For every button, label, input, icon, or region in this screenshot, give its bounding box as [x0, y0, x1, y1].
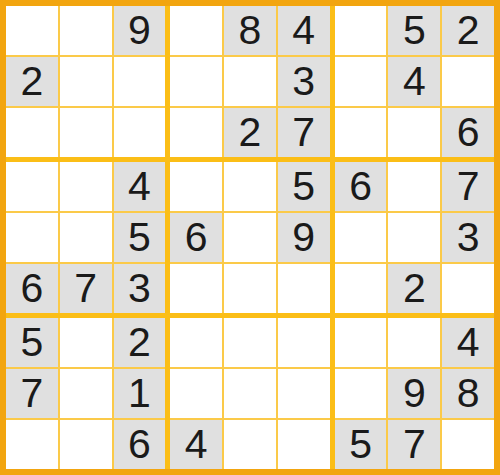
cell-r3c5[interactable]: 2 [224, 108, 276, 157]
cell-r9c9[interactable] [442, 420, 494, 469]
cell-r6c1[interactable]: 6 [6, 264, 58, 313]
cell-r3c2[interactable] [60, 108, 112, 157]
cell-r1c7[interactable] [335, 6, 387, 55]
cell-r8c1[interactable]: 7 [6, 369, 58, 418]
cell-r5c1[interactable] [6, 213, 58, 262]
cell-r5c8[interactable] [388, 213, 440, 262]
cell-r1c6[interactable]: 4 [278, 6, 330, 55]
cell-r4c3[interactable]: 4 [114, 162, 166, 211]
cell-r8c6[interactable] [278, 369, 330, 418]
cell-r9c6[interactable] [278, 420, 330, 469]
box-5: 569 [170, 162, 329, 313]
cell-r4c6[interactable]: 5 [278, 162, 330, 211]
cell-r8c2[interactable] [60, 369, 112, 418]
cell-r9c3[interactable]: 6 [114, 420, 166, 469]
cell-r2c9[interactable] [442, 57, 494, 106]
cell-r7c2[interactable] [60, 318, 112, 367]
cell-r4c9[interactable]: 7 [442, 162, 494, 211]
cell-r3c7[interactable] [335, 108, 387, 157]
box-6: 6732 [335, 162, 494, 313]
cell-r2c7[interactable] [335, 57, 387, 106]
cell-r4c8[interactable] [388, 162, 440, 211]
cell-r7c7[interactable] [335, 318, 387, 367]
cell-r1c9[interactable]: 2 [442, 6, 494, 55]
cell-r1c3[interactable]: 9 [114, 6, 166, 55]
cell-r1c8[interactable]: 5 [388, 6, 440, 55]
cell-r8c7[interactable] [335, 369, 387, 418]
cell-r8c4[interactable] [170, 369, 222, 418]
sudoku-board: 9284327524645673569673252716449857 [0, 0, 500, 475]
cell-r5c2[interactable] [60, 213, 112, 262]
cell-r7c8[interactable] [388, 318, 440, 367]
cell-r8c9[interactable]: 8 [442, 369, 494, 418]
cell-r9c1[interactable] [6, 420, 58, 469]
cell-r1c2[interactable] [60, 6, 112, 55]
cell-r5c6[interactable]: 9 [278, 213, 330, 262]
cell-r2c4[interactable] [170, 57, 222, 106]
cell-r4c1[interactable] [6, 162, 58, 211]
cell-r2c6[interactable]: 3 [278, 57, 330, 106]
cell-r1c5[interactable]: 8 [224, 6, 276, 55]
cell-r4c5[interactable] [224, 162, 276, 211]
cell-r8c3[interactable]: 1 [114, 369, 166, 418]
cell-r6c5[interactable] [224, 264, 276, 313]
cell-r1c1[interactable] [6, 6, 58, 55]
cell-r5c9[interactable]: 3 [442, 213, 494, 262]
cell-r6c6[interactable] [278, 264, 330, 313]
cell-r7c6[interactable] [278, 318, 330, 367]
cell-r6c4[interactable] [170, 264, 222, 313]
cell-r9c5[interactable] [224, 420, 276, 469]
cell-r5c7[interactable] [335, 213, 387, 262]
box-1: 92 [6, 6, 165, 157]
cell-r7c3[interactable]: 2 [114, 318, 166, 367]
box-7: 52716 [6, 318, 165, 469]
cell-r4c4[interactable] [170, 162, 222, 211]
box-9: 49857 [335, 318, 494, 469]
cell-r7c4[interactable] [170, 318, 222, 367]
cell-r5c4[interactable]: 6 [170, 213, 222, 262]
cell-r4c7[interactable]: 6 [335, 162, 387, 211]
cell-r6c3[interactable]: 3 [114, 264, 166, 313]
cell-r3c6[interactable]: 7 [278, 108, 330, 157]
box-8: 4 [170, 318, 329, 469]
box-4: 45673 [6, 162, 165, 313]
cell-r2c2[interactable] [60, 57, 112, 106]
cell-r6c2[interactable]: 7 [60, 264, 112, 313]
cell-r6c7[interactable] [335, 264, 387, 313]
box-2: 84327 [170, 6, 329, 157]
cell-r1c4[interactable] [170, 6, 222, 55]
cell-r5c3[interactable]: 5 [114, 213, 166, 262]
cell-r2c1[interactable]: 2 [6, 57, 58, 106]
cell-r2c8[interactable]: 4 [388, 57, 440, 106]
cell-r3c3[interactable] [114, 108, 166, 157]
cell-r3c9[interactable]: 6 [442, 108, 494, 157]
cell-r4c2[interactable] [60, 162, 112, 211]
cell-r9c2[interactable] [60, 420, 112, 469]
cell-r9c7[interactable]: 5 [335, 420, 387, 469]
cell-r9c8[interactable]: 7 [388, 420, 440, 469]
cell-r7c9[interactable]: 4 [442, 318, 494, 367]
cell-r2c3[interactable] [114, 57, 166, 106]
cell-r3c8[interactable] [388, 108, 440, 157]
cell-r7c1[interactable]: 5 [6, 318, 58, 367]
cell-r6c8[interactable]: 2 [388, 264, 440, 313]
cell-r8c5[interactable] [224, 369, 276, 418]
cell-r3c4[interactable] [170, 108, 222, 157]
cell-r3c1[interactable] [6, 108, 58, 157]
cell-r5c5[interactable] [224, 213, 276, 262]
cell-r8c8[interactable]: 9 [388, 369, 440, 418]
box-3: 5246 [335, 6, 494, 157]
cell-r2c5[interactable] [224, 57, 276, 106]
cell-r9c4[interactable]: 4 [170, 420, 222, 469]
cell-r6c9[interactable] [442, 264, 494, 313]
cell-r7c5[interactable] [224, 318, 276, 367]
